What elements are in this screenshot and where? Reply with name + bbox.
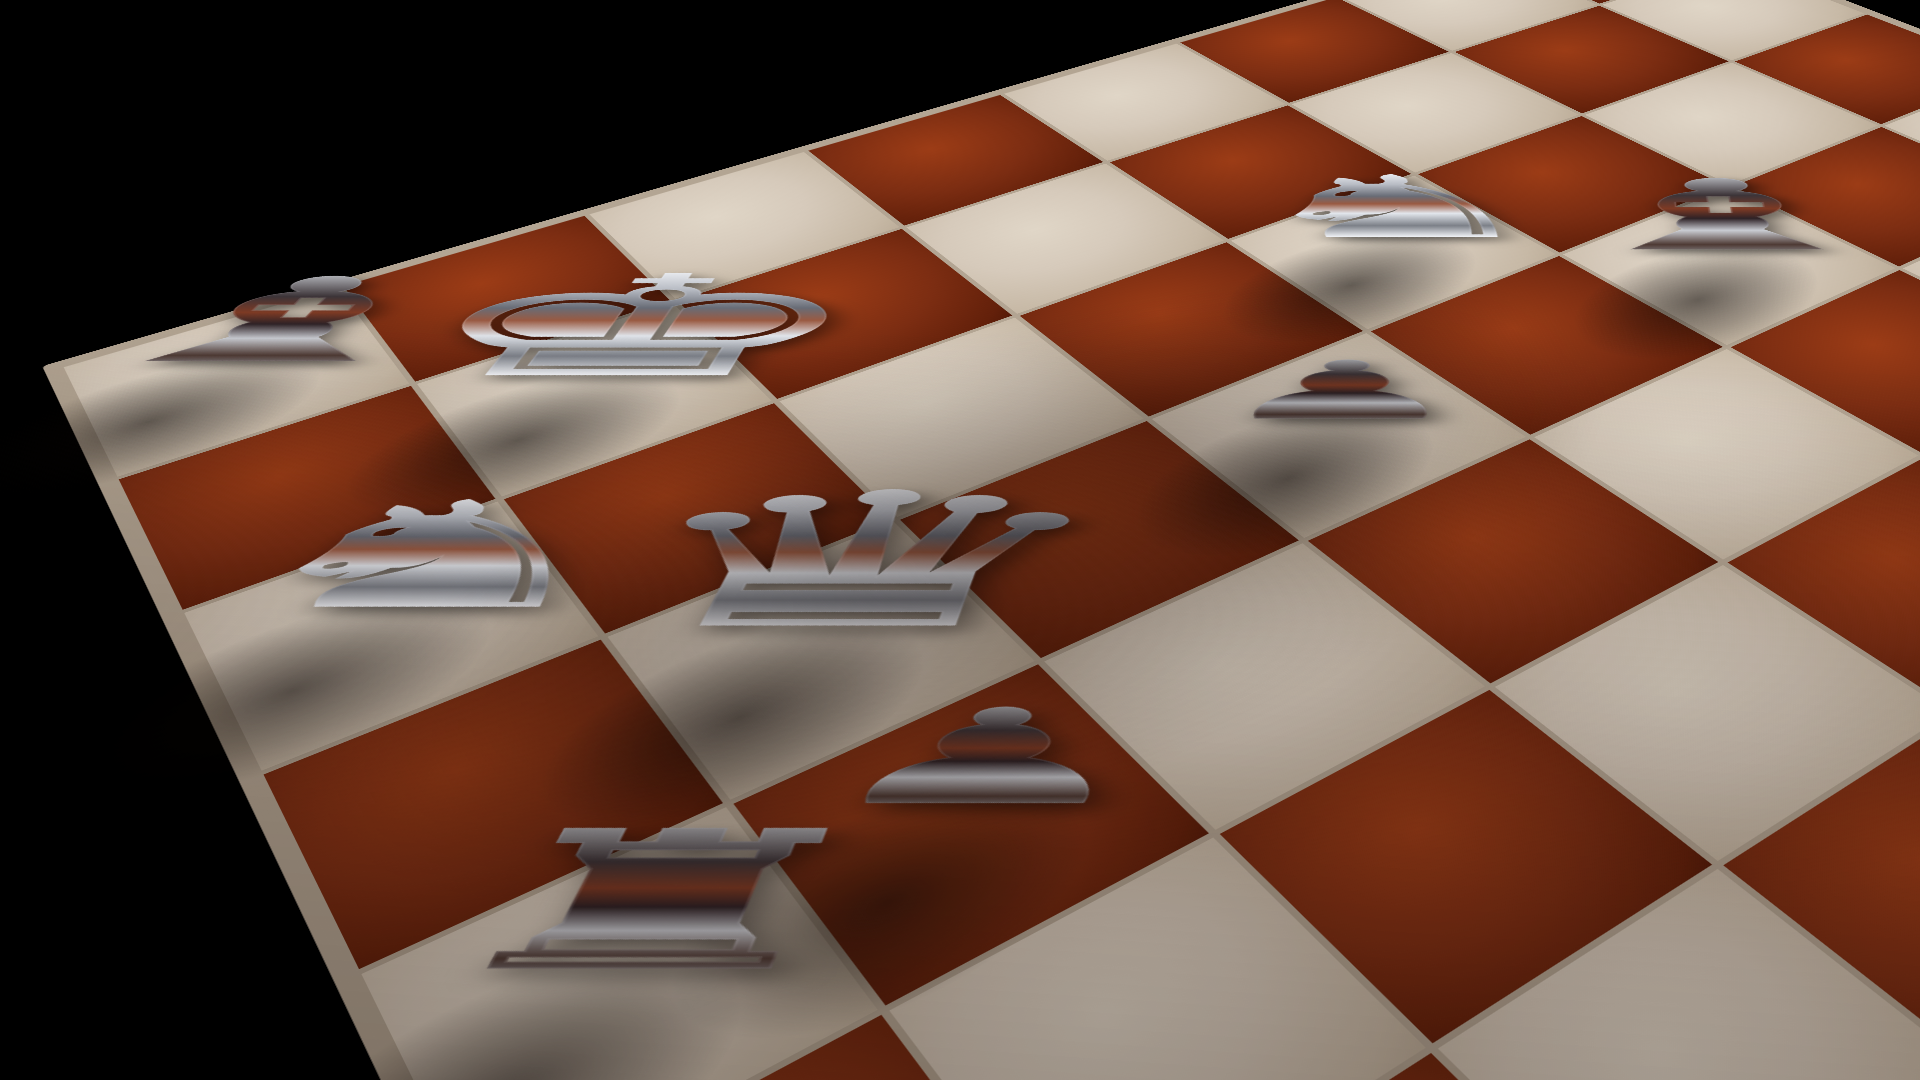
knight-glyph: ♞ (1229, 165, 1554, 251)
pawn-glyph: ♟ (1208, 351, 1471, 431)
chessboard: ♝♚♞♞♛♟♝♜♟♟♜ (42, 0, 1920, 1080)
bishop-glyph: ♝ (1544, 168, 1914, 266)
scene: ♝♚♞♞♛♟♝♜♟♟♜ (0, 0, 1920, 1080)
